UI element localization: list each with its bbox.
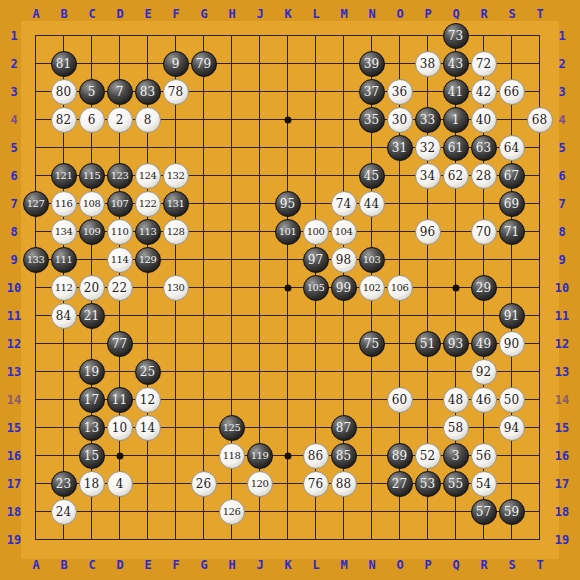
stone-black-99: 99 — [331, 275, 357, 301]
col-label-bottom-R: R — [480, 558, 487, 572]
col-label-bottom-K: K — [284, 558, 291, 572]
stone-black-101: 101 — [275, 219, 301, 245]
stone-black-3: 3 — [443, 443, 469, 469]
row-label-right-13: 13 — [555, 365, 569, 379]
row-label-left-3: 3 — [10, 85, 17, 99]
stone-black-91: 91 — [499, 303, 525, 329]
stone-white-120: 120 — [247, 471, 273, 497]
row-label-left-2: 2 — [10, 57, 17, 71]
stone-black-133: 133 — [23, 247, 49, 273]
stone-white-90: 90 — [499, 331, 525, 357]
row-label-left-8: 8 — [10, 225, 17, 239]
row-label-right-14: 14 — [555, 393, 569, 407]
stone-white-8: 8 — [135, 107, 161, 133]
stone-white-46: 46 — [471, 387, 497, 413]
col-label-bottom-E: E — [144, 558, 151, 572]
row-label-left-5: 5 — [10, 141, 17, 155]
row-label-right-6: 6 — [558, 169, 565, 183]
stone-black-13: 13 — [79, 415, 105, 441]
stone-white-40: 40 — [471, 107, 497, 133]
row-label-right-5: 5 — [558, 141, 565, 155]
stone-white-126: 126 — [219, 499, 245, 525]
row-label-right-2: 2 — [558, 57, 565, 71]
stone-black-53: 53 — [415, 471, 441, 497]
stone-white-68: 68 — [527, 107, 553, 133]
row-label-right-12: 12 — [555, 337, 569, 351]
stone-black-95: 95 — [275, 191, 301, 217]
col-label-bottom-O: O — [396, 558, 403, 572]
stone-white-102: 102 — [359, 275, 385, 301]
stone-black-9: 9 — [163, 51, 189, 77]
stone-white-104: 104 — [331, 219, 357, 245]
stone-black-17: 17 — [79, 387, 105, 413]
hoshi-point — [452, 284, 459, 291]
col-label-bottom-L: L — [312, 558, 319, 572]
stone-black-37: 37 — [359, 79, 385, 105]
col-label-bottom-C: C — [88, 558, 95, 572]
col-label-bottom-F: F — [172, 558, 179, 572]
col-label-bottom-A: A — [32, 558, 39, 572]
stone-black-51: 51 — [415, 331, 441, 357]
grid-line-horizontal — [35, 315, 540, 316]
stone-black-83: 83 — [135, 79, 161, 105]
col-label-bottom-D: D — [116, 558, 123, 572]
row-label-right-10: 10 — [555, 281, 569, 295]
row-label-left-12: 12 — [7, 337, 21, 351]
row-label-left-14: 14 — [7, 393, 21, 407]
stone-black-69: 69 — [499, 191, 525, 217]
stone-white-20: 20 — [79, 275, 105, 301]
col-label-bottom-G: G — [200, 558, 207, 572]
stone-black-63: 63 — [471, 135, 497, 161]
col-label-bottom-T: T — [536, 558, 543, 572]
row-label-left-4: 4 — [10, 113, 17, 127]
stone-black-55: 55 — [443, 471, 469, 497]
stone-white-76: 76 — [303, 471, 329, 497]
col-label-top-D: D — [116, 7, 123, 21]
row-label-right-4: 4 — [558, 113, 565, 127]
hoshi-point — [116, 452, 123, 459]
stone-white-100: 100 — [303, 219, 329, 245]
stone-black-127: 127 — [23, 191, 49, 217]
stone-black-87: 87 — [331, 415, 357, 441]
stone-white-28: 28 — [471, 163, 497, 189]
stone-white-6: 6 — [79, 107, 105, 133]
stone-black-131: 131 — [163, 191, 189, 217]
stone-white-118: 118 — [219, 443, 245, 469]
col-label-bottom-S: S — [508, 558, 515, 572]
stone-black-19: 19 — [79, 359, 105, 385]
stone-black-75: 75 — [359, 331, 385, 357]
stone-white-80: 80 — [51, 79, 77, 105]
col-label-top-L: L — [312, 7, 319, 21]
col-label-bottom-H: H — [228, 558, 235, 572]
stone-white-132: 132 — [163, 163, 189, 189]
col-label-bottom-J: J — [256, 558, 263, 572]
stone-white-74: 74 — [331, 191, 357, 217]
stone-black-29: 29 — [471, 275, 497, 301]
row-label-left-1: 1 — [10, 29, 17, 43]
stone-white-106: 106 — [387, 275, 413, 301]
go-board-page: AABBCCDDEEFFGGHHJJKKLLMMNNOOPPQQRRSSTT11… — [0, 0, 580, 580]
col-label-top-C: C — [88, 7, 95, 21]
stone-white-12: 12 — [135, 387, 161, 413]
stone-white-62: 62 — [443, 163, 469, 189]
stone-black-109: 109 — [79, 219, 105, 245]
stone-white-88: 88 — [331, 471, 357, 497]
col-label-bottom-B: B — [60, 558, 67, 572]
grid-line-horizontal — [35, 511, 540, 512]
col-label-top-O: O — [396, 7, 403, 21]
stone-black-33: 33 — [415, 107, 441, 133]
stone-black-107: 107 — [107, 191, 133, 217]
stone-white-52: 52 — [415, 443, 441, 469]
stone-white-122: 122 — [135, 191, 161, 217]
row-label-left-16: 16 — [7, 449, 21, 463]
stone-white-34: 34 — [415, 163, 441, 189]
stone-black-111: 111 — [51, 247, 77, 273]
col-label-top-F: F — [172, 7, 179, 21]
col-label-bottom-Q: Q — [452, 558, 459, 572]
row-label-right-17: 17 — [555, 477, 569, 491]
row-label-right-8: 8 — [558, 225, 565, 239]
stone-black-73: 73 — [443, 23, 469, 49]
stone-black-105: 105 — [303, 275, 329, 301]
stone-white-128: 128 — [163, 219, 189, 245]
stone-black-7: 7 — [107, 79, 133, 105]
stone-black-45: 45 — [359, 163, 385, 189]
stone-white-58: 58 — [443, 415, 469, 441]
stone-white-42: 42 — [471, 79, 497, 105]
stone-black-59: 59 — [499, 499, 525, 525]
stone-white-124: 124 — [135, 163, 161, 189]
col-label-top-N: N — [368, 7, 375, 21]
col-label-top-Q: Q — [452, 7, 459, 21]
stone-black-61: 61 — [443, 135, 469, 161]
stone-white-14: 14 — [135, 415, 161, 441]
col-label-bottom-N: N — [368, 558, 375, 572]
col-label-top-H: H — [228, 7, 235, 21]
col-label-top-K: K — [284, 7, 291, 21]
stone-black-81: 81 — [51, 51, 77, 77]
row-label-left-10: 10 — [7, 281, 21, 295]
stone-white-116: 116 — [51, 191, 77, 217]
row-label-left-9: 9 — [10, 253, 17, 267]
row-label-right-19: 19 — [555, 533, 569, 547]
row-label-left-15: 15 — [7, 421, 21, 435]
stone-black-129: 129 — [135, 247, 161, 273]
grid-line-horizontal — [35, 539, 540, 540]
stone-black-27: 27 — [387, 471, 413, 497]
stone-black-85: 85 — [331, 443, 357, 469]
stone-white-60: 60 — [387, 387, 413, 413]
col-label-top-A: A — [32, 7, 39, 21]
stone-white-38: 38 — [415, 51, 441, 77]
stone-black-89: 89 — [387, 443, 413, 469]
stone-black-67: 67 — [499, 163, 525, 189]
stone-white-94: 94 — [499, 415, 525, 441]
row-label-left-11: 11 — [7, 309, 21, 323]
stone-black-35: 35 — [359, 107, 385, 133]
col-label-top-S: S — [508, 7, 515, 21]
stone-black-1: 1 — [443, 107, 469, 133]
stone-black-79: 79 — [191, 51, 217, 77]
stone-white-72: 72 — [471, 51, 497, 77]
stone-black-93: 93 — [443, 331, 469, 357]
stone-white-30: 30 — [387, 107, 413, 133]
hoshi-point — [284, 452, 291, 459]
stone-white-108: 108 — [79, 191, 105, 217]
stone-white-96: 96 — [415, 219, 441, 245]
stone-black-71: 71 — [499, 219, 525, 245]
stone-black-57: 57 — [471, 499, 497, 525]
row-label-right-3: 3 — [558, 85, 565, 99]
row-label-left-19: 19 — [7, 533, 21, 547]
stone-white-2: 2 — [107, 107, 133, 133]
stone-white-130: 130 — [163, 275, 189, 301]
col-label-top-J: J — [256, 7, 263, 21]
stone-white-98: 98 — [331, 247, 357, 273]
stone-white-110: 110 — [107, 219, 133, 245]
stone-black-115: 115 — [79, 163, 105, 189]
row-label-right-18: 18 — [555, 505, 569, 519]
stone-black-41: 41 — [443, 79, 469, 105]
stone-white-24: 24 — [51, 499, 77, 525]
stone-white-32: 32 — [415, 135, 441, 161]
col-label-top-T: T — [536, 7, 543, 21]
row-label-right-9: 9 — [558, 253, 565, 267]
row-label-left-13: 13 — [7, 365, 21, 379]
stone-white-50: 50 — [499, 387, 525, 413]
stone-black-21: 21 — [79, 303, 105, 329]
col-label-top-G: G — [200, 7, 207, 21]
stone-black-31: 31 — [387, 135, 413, 161]
col-label-bottom-M: M — [340, 558, 347, 572]
hoshi-point — [284, 116, 291, 123]
stone-black-11: 11 — [107, 387, 133, 413]
stone-black-15: 15 — [79, 443, 105, 469]
col-label-top-M: M — [340, 7, 347, 21]
stone-white-22: 22 — [107, 275, 133, 301]
col-label-bottom-P: P — [424, 558, 431, 572]
stone-black-123: 123 — [107, 163, 133, 189]
stone-black-25: 25 — [135, 359, 161, 385]
stone-white-70: 70 — [471, 219, 497, 245]
stone-white-92: 92 — [471, 359, 497, 385]
stone-black-5: 5 — [79, 79, 105, 105]
row-label-right-1: 1 — [558, 29, 565, 43]
stone-white-86: 86 — [303, 443, 329, 469]
row-label-right-15: 15 — [555, 421, 569, 435]
stone-white-4: 4 — [107, 471, 133, 497]
grid-line-vertical — [511, 35, 512, 540]
col-label-top-P: P — [424, 7, 431, 21]
hoshi-point — [284, 284, 291, 291]
stone-white-54: 54 — [471, 471, 497, 497]
stone-black-49: 49 — [471, 331, 497, 357]
stone-white-56: 56 — [471, 443, 497, 469]
stone-white-64: 64 — [499, 135, 525, 161]
stone-black-23: 23 — [51, 471, 77, 497]
row-label-right-16: 16 — [555, 449, 569, 463]
stone-black-113: 113 — [135, 219, 161, 245]
col-label-top-R: R — [480, 7, 487, 21]
row-label-left-18: 18 — [7, 505, 21, 519]
grid-line-horizontal — [35, 371, 540, 372]
stone-white-18: 18 — [79, 471, 105, 497]
stone-black-43: 43 — [443, 51, 469, 77]
stone-white-112: 112 — [51, 275, 77, 301]
row-label-left-7: 7 — [10, 197, 17, 211]
row-label-right-11: 11 — [555, 309, 569, 323]
row-label-left-17: 17 — [7, 477, 21, 491]
stone-white-84: 84 — [51, 303, 77, 329]
stone-white-134: 134 — [51, 219, 77, 245]
stone-white-78: 78 — [163, 79, 189, 105]
stone-white-36: 36 — [387, 79, 413, 105]
col-label-top-B: B — [60, 7, 67, 21]
stone-black-103: 103 — [359, 247, 385, 273]
stone-white-66: 66 — [499, 79, 525, 105]
stone-white-82: 82 — [51, 107, 77, 133]
stone-black-119: 119 — [247, 443, 273, 469]
stone-black-97: 97 — [303, 247, 329, 273]
stone-white-48: 48 — [443, 387, 469, 413]
row-label-left-6: 6 — [10, 169, 17, 183]
stone-white-26: 26 — [191, 471, 217, 497]
stone-black-121: 121 — [51, 163, 77, 189]
col-label-top-E: E — [144, 7, 151, 21]
row-label-right-7: 7 — [558, 197, 565, 211]
stone-white-10: 10 — [107, 415, 133, 441]
stone-black-77: 77 — [107, 331, 133, 357]
stone-black-39: 39 — [359, 51, 385, 77]
stone-black-125: 125 — [219, 415, 245, 441]
stone-white-114: 114 — [107, 247, 133, 273]
stone-white-44: 44 — [359, 191, 385, 217]
